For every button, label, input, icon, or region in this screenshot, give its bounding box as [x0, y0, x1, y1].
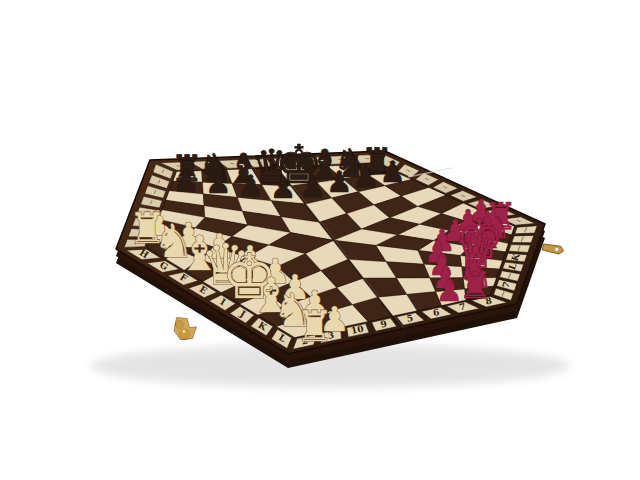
brass-hinge	[542, 242, 564, 255]
black-pawn: ♟	[300, 170, 326, 204]
product-photo-stage: ~~~~~~~~~~~~~~~~~~~KL~7~876591032LKJIEFG…	[0, 0, 640, 480]
red-pawn: ♟	[436, 273, 463, 308]
red-rook: ♜	[458, 264, 491, 307]
black-pawn: ♟	[173, 164, 199, 198]
brass-clasp	[168, 314, 200, 345]
black-pawn: ♟	[205, 166, 231, 200]
three-player-chess-board: ~~~~~~~~~~~~~~~~~~~KL~7~876591032LKJIEFG…	[0, 0, 640, 480]
white-rook: ♜	[296, 302, 334, 351]
black-pawn: ♟	[270, 171, 296, 205]
black-pawn: ♟	[353, 160, 379, 194]
black-pawn: ♟	[238, 169, 264, 203]
black-pawn: ♟	[326, 165, 352, 199]
black-pawn: ♟	[379, 155, 405, 189]
